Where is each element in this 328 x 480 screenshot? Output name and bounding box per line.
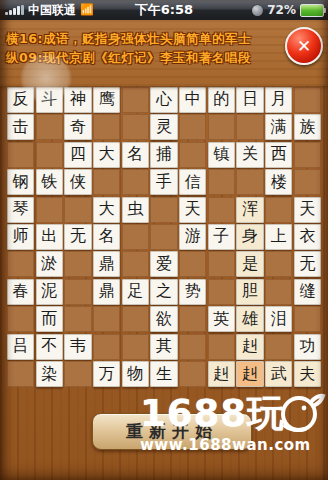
grid-cell[interactable]: 出 <box>36 224 63 250</box>
grid-cell[interactable]: 功 <box>294 334 321 360</box>
chick-logo-icon <box>275 386 327 438</box>
grid-cell-blocked <box>179 306 206 332</box>
grid-cell[interactable]: 虫 <box>122 197 149 223</box>
grid-cell[interactable]: 琴 <box>7 197 34 223</box>
hint-ghost-circle[interactable] <box>20 52 72 104</box>
grid-cell[interactable]: 春 <box>7 279 34 305</box>
grid-cell-blocked <box>179 251 206 277</box>
grid-cell-blocked <box>208 334 235 360</box>
grid-cell[interactable]: 足 <box>122 279 149 305</box>
grid-cell[interactable]: 日 <box>236 87 263 113</box>
grid-cell[interactable]: 心 <box>150 87 177 113</box>
grid-cell[interactable]: 胆 <box>236 279 263 305</box>
grid-cell[interactable]: 关 <box>236 142 263 168</box>
grid-cell-blocked <box>64 306 91 332</box>
grid-cell-blocked <box>7 306 34 332</box>
grid-cell-blocked <box>122 334 149 360</box>
grid-cell-blocked <box>294 306 321 332</box>
grid-cell-blocked <box>93 114 120 140</box>
grid-cell-blocked <box>36 142 63 168</box>
grid-cell[interactable]: 中 <box>179 87 206 113</box>
grid-cell-blocked <box>150 197 177 223</box>
grid-cell[interactable]: 铁 <box>36 169 63 195</box>
grid-cell-blocked <box>208 279 235 305</box>
grid-cell[interactable]: 奇 <box>64 114 91 140</box>
grid-cell-blocked <box>64 197 91 223</box>
grid-cell-blocked <box>208 197 235 223</box>
grid-cell[interactable]: 生 <box>150 361 177 387</box>
grid-cell[interactable]: 浑 <box>236 197 263 223</box>
grid-cell-blocked <box>122 251 149 277</box>
grid-cell[interactable]: 鼎 <box>93 251 120 277</box>
grid-cell[interactable]: 衣 <box>294 224 321 250</box>
grid-cell[interactable]: 钢 <box>7 169 34 195</box>
grid-cell[interactable]: 物 <box>122 361 149 387</box>
grid-cell[interactable]: 韦 <box>64 334 91 360</box>
grid-cell[interactable]: 名 <box>93 224 120 250</box>
crossword-board: 反斗神鹰心中的日月击奇灵满族四大名捕镇关西钢铁侠手信楼琴大虫天浑天师出无名游子身… <box>7 87 321 387</box>
app-screen: 中国联通 📶 下午6:58 72% 横16:成语，贬指身强体壮头脑简单的军士 纵… <box>0 0 328 480</box>
grid-cell-blocked <box>64 251 91 277</box>
grid-cell-blocked <box>64 279 91 305</box>
clue-across: 横16:成语，贬指身强体壮头脑简单的军士 <box>0 20 328 48</box>
grid-cell[interactable]: 天 <box>294 197 321 223</box>
grid-cell[interactable]: 天 <box>179 197 206 223</box>
grid-cell[interactable]: 楼 <box>265 169 292 195</box>
grid-cell[interactable]: 灵 <box>150 114 177 140</box>
grid-cell[interactable]: 游 <box>179 224 206 250</box>
grid-cell-blocked <box>64 361 91 387</box>
grid-cell[interactable]: 鼎 <box>93 279 120 305</box>
grid-cell[interactable]: 其 <box>150 334 177 360</box>
grid-cell[interactable]: 捕 <box>150 142 177 168</box>
grid-cell-blocked <box>36 197 63 223</box>
restart-button-label: 重新开始 <box>126 420 218 443</box>
grid-cell-blocked <box>208 169 235 195</box>
grid-cell[interactable]: 吕 <box>7 334 34 360</box>
grid-cell[interactable]: 缝 <box>294 279 321 305</box>
grid-cell[interactable]: 泪 <box>265 306 292 332</box>
grid-cell[interactable]: 族 <box>294 114 321 140</box>
grid-cell-blocked <box>122 169 149 195</box>
grid-cell[interactable]: 无 <box>64 224 91 250</box>
grid-cell-blocked <box>122 87 149 113</box>
grid-cell[interactable]: 雄 <box>236 306 263 332</box>
grid-cell-blocked <box>179 114 206 140</box>
grid-cell-blocked <box>122 224 149 250</box>
grid-cell-blocked <box>208 251 235 277</box>
grid-cell-blocked <box>294 142 321 168</box>
grid-cell[interactable]: 夫 <box>294 361 321 387</box>
grid-cell-blocked <box>265 197 292 223</box>
grid-cell[interactable]: 西 <box>265 142 292 168</box>
grid-cell[interactable]: 月 <box>265 87 292 113</box>
grid-cell-blocked <box>122 114 149 140</box>
close-icon: ✕ <box>297 36 311 56</box>
grid-cell[interactable]: 泥 <box>36 279 63 305</box>
grid-cell[interactable]: 万 <box>93 361 120 387</box>
grid-cell[interactable]: 镇 <box>208 142 235 168</box>
grid-cell-blocked <box>179 334 206 360</box>
grid-cell[interactable]: 师 <box>7 224 34 250</box>
grid-cell-blocked <box>236 114 263 140</box>
grid-cell[interactable]: 上 <box>265 224 292 250</box>
grid-cell-blocked <box>36 114 63 140</box>
grid-cell-blocked <box>93 334 120 360</box>
grid-cell[interactable]: 而 <box>36 306 63 332</box>
grid-cell-blocked <box>208 114 235 140</box>
status-bar: 中国联通 📶 下午6:58 72% <box>0 0 328 20</box>
grid-cell[interactable]: 侠 <box>64 169 91 195</box>
grid-cell[interactable]: 鹰 <box>93 87 120 113</box>
grid-cell[interactable]: 武 <box>265 361 292 387</box>
grid-cell[interactable]: 赳 <box>208 361 235 387</box>
grid-cell-selected[interactable]: 赳 <box>236 361 263 387</box>
grid-cell-blocked <box>122 306 149 332</box>
grid-cell-blocked <box>265 334 292 360</box>
grid-cell[interactable]: 满 <box>265 114 292 140</box>
grid-cell-blocked <box>93 306 120 332</box>
grid-cell[interactable]: 信 <box>179 169 206 195</box>
close-button[interactable]: ✕ <box>285 27 323 65</box>
grid-cell[interactable]: 英 <box>208 306 235 332</box>
grid-cell[interactable]: 无 <box>294 251 321 277</box>
grid-cell[interactable]: 大 <box>93 142 120 168</box>
grid-cell-blocked <box>179 361 206 387</box>
grid-cell-blocked <box>294 169 321 195</box>
grid-cell-blocked <box>265 279 292 305</box>
grid-cell-blocked <box>179 142 206 168</box>
grid-cell[interactable]: 四 <box>64 142 91 168</box>
grid-cell[interactable]: 不 <box>36 334 63 360</box>
grid-cell[interactable]: 之 <box>150 279 177 305</box>
grid-cell[interactable]: 名 <box>122 142 149 168</box>
grid-cell[interactable]: 子 <box>208 224 235 250</box>
grid-cell[interactable]: 染 <box>36 361 63 387</box>
grid-cell[interactable]: 手 <box>150 169 177 195</box>
grid-cell[interactable]: 淤 <box>36 251 63 277</box>
grid-cell-blocked <box>236 169 263 195</box>
grid-cell-blocked <box>7 142 34 168</box>
grid-cell-blocked <box>265 251 292 277</box>
restart-button[interactable]: 重新开始 <box>92 413 252 450</box>
grid-cell-blocked <box>7 361 34 387</box>
grid-cell[interactable]: 赳 <box>236 334 263 360</box>
grid-cell[interactable]: 欲 <box>150 306 177 332</box>
grid-cell[interactable]: 大 <box>93 197 120 223</box>
grid-cell-blocked <box>7 251 34 277</box>
grid-cell-blocked <box>150 224 177 250</box>
grid-cell[interactable]: 的 <box>208 87 235 113</box>
grid-cell[interactable]: 是 <box>236 251 263 277</box>
grid-cell[interactable]: 击 <box>7 114 34 140</box>
grid-cell-blocked <box>93 169 120 195</box>
grid-cell-blocked <box>294 87 321 113</box>
grid-cell[interactable]: 身 <box>236 224 263 250</box>
battery-icon <box>300 4 324 17</box>
grid-cell[interactable]: 势 <box>179 279 206 305</box>
clock-label: 下午6:58 <box>0 1 328 19</box>
grid-cell[interactable]: 爱 <box>150 251 177 277</box>
